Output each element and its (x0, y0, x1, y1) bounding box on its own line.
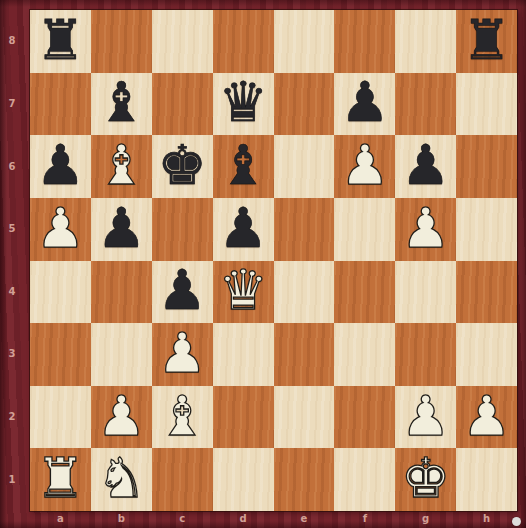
square-a5[interactable]: ♟ (30, 198, 91, 261)
square-e1[interactable] (274, 448, 335, 511)
square-b5[interactable]: ♟ (91, 198, 152, 261)
square-d5[interactable]: ♟ (213, 198, 274, 261)
file-label-b: b (91, 513, 152, 524)
file-label-g: g (395, 513, 456, 524)
piece-black-rook-a8[interactable]: ♜ (36, 13, 85, 68)
file-label-f: f (334, 513, 395, 524)
piece-black-pawn-f7[interactable]: ♟ (340, 75, 389, 130)
square-e8[interactable] (274, 10, 335, 73)
square-b8[interactable] (91, 10, 152, 73)
square-f8[interactable] (334, 10, 395, 73)
square-b3[interactable] (91, 323, 152, 386)
piece-black-pawn-c4[interactable]: ♟ (158, 263, 207, 318)
square-e2[interactable] (274, 386, 335, 449)
square-h3[interactable] (456, 323, 517, 386)
square-a3[interactable] (30, 323, 91, 386)
piece-white-pawn-g2[interactable]: ♟ (401, 389, 450, 444)
square-c2[interactable]: ♝ (152, 386, 213, 449)
square-g1[interactable]: ♚ (395, 448, 456, 511)
square-h2[interactable]: ♟ (456, 386, 517, 449)
square-f1[interactable] (334, 448, 395, 511)
square-h5[interactable] (456, 198, 517, 261)
chess-board-frame: ♜♜♝♛♟♟♝♚♝♟♟♟♟♟♟♟♛♟♟♝♟♟♜♞♚ 87654321 abcde… (0, 0, 526, 528)
piece-white-pawn-b2[interactable]: ♟ (97, 389, 146, 444)
rank-label-7: 7 (2, 98, 22, 109)
square-g4[interactable] (395, 261, 456, 324)
piece-black-pawn-b5[interactable]: ♟ (97, 201, 146, 256)
square-d2[interactable] (213, 386, 274, 449)
file-label-d: d (213, 513, 274, 524)
square-c8[interactable] (152, 10, 213, 73)
square-g8[interactable] (395, 10, 456, 73)
square-h8[interactable]: ♜ (456, 10, 517, 73)
piece-white-pawn-g5[interactable]: ♟ (401, 201, 450, 256)
square-e5[interactable] (274, 198, 335, 261)
square-c1[interactable] (152, 448, 213, 511)
square-g7[interactable] (395, 73, 456, 136)
piece-black-queen-d7[interactable]: ♛ (218, 75, 267, 130)
piece-white-king-g1[interactable]: ♚ (401, 451, 450, 506)
file-label-c: c (152, 513, 213, 524)
square-e7[interactable] (274, 73, 335, 136)
piece-black-pawn-d5[interactable]: ♟ (218, 201, 267, 256)
board: ♜♜♝♛♟♟♝♚♝♟♟♟♟♟♟♟♛♟♟♝♟♟♜♞♚ (30, 10, 517, 511)
square-h1[interactable] (456, 448, 517, 511)
square-b2[interactable]: ♟ (91, 386, 152, 449)
square-f5[interactable] (334, 198, 395, 261)
square-c3[interactable]: ♟ (152, 323, 213, 386)
piece-black-rook-h8[interactable]: ♜ (462, 13, 511, 68)
square-f4[interactable] (334, 261, 395, 324)
piece-white-pawn-h2[interactable]: ♟ (462, 389, 511, 444)
rank-label-1: 1 (2, 474, 22, 485)
square-c5[interactable] (152, 198, 213, 261)
rank-label-8: 8 (2, 35, 22, 46)
square-h7[interactable] (456, 73, 517, 136)
square-c4[interactable]: ♟ (152, 261, 213, 324)
piece-white-rook-a1[interactable]: ♜ (36, 451, 85, 506)
square-a6[interactable]: ♟ (30, 135, 91, 198)
square-a8[interactable]: ♜ (30, 10, 91, 73)
square-d7[interactable]: ♛ (213, 73, 274, 136)
square-f7[interactable]: ♟ (334, 73, 395, 136)
square-b1[interactable]: ♞ (91, 448, 152, 511)
square-d4[interactable]: ♛ (213, 261, 274, 324)
square-e3[interactable] (274, 323, 335, 386)
square-e6[interactable] (274, 135, 335, 198)
rank-label-6: 6 (2, 161, 22, 172)
piece-white-knight-b1[interactable]: ♞ (97, 451, 146, 506)
rank-label-5: 5 (2, 223, 22, 234)
file-label-e: e (274, 513, 335, 524)
square-d3[interactable] (213, 323, 274, 386)
piece-white-pawn-c3[interactable]: ♟ (158, 326, 207, 381)
piece-white-bishop-c2[interactable]: ♝ (158, 389, 207, 444)
square-g6[interactable]: ♟ (395, 135, 456, 198)
square-h6[interactable] (456, 135, 517, 198)
white-to-move-dot (512, 517, 521, 526)
rank-label-4: 4 (2, 286, 22, 297)
square-e4[interactable] (274, 261, 335, 324)
piece-black-pawn-g6[interactable]: ♟ (401, 138, 450, 193)
piece-black-pawn-a6[interactable]: ♟ (36, 138, 85, 193)
piece-black-bishop-b7[interactable]: ♝ (97, 75, 146, 130)
piece-white-pawn-f6[interactable]: ♟ (340, 138, 389, 193)
piece-black-bishop-d6[interactable]: ♝ (218, 138, 267, 193)
square-a7[interactable] (30, 73, 91, 136)
square-a2[interactable] (30, 386, 91, 449)
square-d8[interactable] (213, 10, 274, 73)
square-b6[interactable]: ♝ (91, 135, 152, 198)
square-c6[interactable]: ♚ (152, 135, 213, 198)
rank-label-3: 3 (2, 348, 22, 359)
square-g5[interactable]: ♟ (395, 198, 456, 261)
square-d1[interactable] (213, 448, 274, 511)
square-f3[interactable] (334, 323, 395, 386)
piece-white-queen-d4[interactable]: ♛ (218, 263, 267, 318)
square-h4[interactable] (456, 261, 517, 324)
square-b7[interactable]: ♝ (91, 73, 152, 136)
piece-white-pawn-a5[interactable]: ♟ (36, 201, 85, 256)
piece-black-king-c6[interactable]: ♚ (158, 138, 207, 193)
square-a1[interactable]: ♜ (30, 448, 91, 511)
rank-label-2: 2 (2, 411, 22, 422)
piece-white-bishop-b6[interactable]: ♝ (97, 138, 146, 193)
square-f6[interactable]: ♟ (334, 135, 395, 198)
file-label-h: h (456, 513, 517, 524)
square-f2[interactable] (334, 386, 395, 449)
square-g2[interactable]: ♟ (395, 386, 456, 449)
square-c7[interactable] (152, 73, 213, 136)
square-b4[interactable] (91, 261, 152, 324)
square-g3[interactable] (395, 323, 456, 386)
square-a4[interactable] (30, 261, 91, 324)
square-d6[interactable]: ♝ (213, 135, 274, 198)
file-label-a: a (30, 513, 91, 524)
